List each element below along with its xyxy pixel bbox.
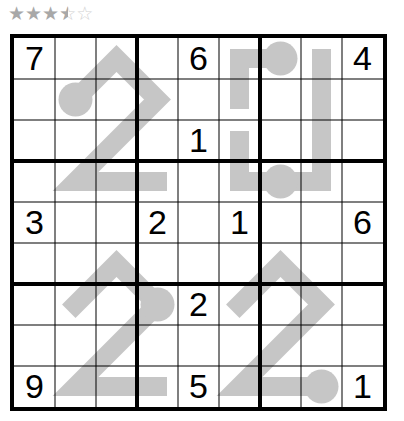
cell-r8c1 <box>14 325 55 366</box>
cell-r3c5: 1 <box>178 120 219 161</box>
cell-r1c4 <box>137 38 178 79</box>
cell-r3c9 <box>342 120 383 161</box>
cell-r9c8 <box>301 366 342 407</box>
cell-r9c6 <box>219 366 260 407</box>
cell-r5c4: 2 <box>137 202 178 243</box>
star-icon-4-half: ☆★ <box>59 1 76 25</box>
cell-r9c5: 5 <box>178 366 219 407</box>
cell-r4c3 <box>96 161 137 202</box>
cell-r4c8 <box>301 161 342 202</box>
cell-r8c4 <box>137 325 178 366</box>
cell-r5c8 <box>301 202 342 243</box>
cell-r7c4 <box>137 284 178 325</box>
cell-r2c3 <box>96 79 137 120</box>
cell-r8c6 <box>219 325 260 366</box>
cell-r8c8 <box>301 325 342 366</box>
cell-r6c5 <box>178 243 219 284</box>
star-icon-5-empty: ☆ <box>76 1 93 25</box>
cell-r6c9 <box>342 243 383 284</box>
cell-r5c6: 1 <box>219 202 260 243</box>
cell-r5c7 <box>260 202 301 243</box>
cell-r5c1: 3 <box>14 202 55 243</box>
cell-r6c7 <box>260 243 301 284</box>
cell-r8c7 <box>260 325 301 366</box>
cell-r6c3 <box>96 243 137 284</box>
cell-r9c7 <box>260 366 301 407</box>
star-icon-1-full: ★ <box>8 1 25 25</box>
cell-r2c8 <box>301 79 342 120</box>
cell-r8c3 <box>96 325 137 366</box>
cell-r6c8 <box>301 243 342 284</box>
sudoku-board: 764132162951 <box>10 34 387 411</box>
cell-r3c6 <box>219 120 260 161</box>
cell-r2c4 <box>137 79 178 120</box>
cell-r1c9: 4 <box>342 38 383 79</box>
cell-r4c5 <box>178 161 219 202</box>
cell-r1c1: 7 <box>14 38 55 79</box>
difficulty-rating: ★★★☆★☆ <box>8 1 93 25</box>
cell-r7c6 <box>219 284 260 325</box>
cell-r8c2 <box>55 325 96 366</box>
cell-r3c4 <box>137 120 178 161</box>
sudoku-grid: 764132162951 <box>14 38 383 407</box>
cell-r2c9 <box>342 79 383 120</box>
cell-r4c7 <box>260 161 301 202</box>
cell-r5c5 <box>178 202 219 243</box>
cell-r1c2 <box>55 38 96 79</box>
cell-r4c9 <box>342 161 383 202</box>
cell-r6c4 <box>137 243 178 284</box>
cell-r1c6 <box>219 38 260 79</box>
cell-r2c6 <box>219 79 260 120</box>
star-icon-3-full: ★ <box>42 1 59 25</box>
cell-r6c6 <box>219 243 260 284</box>
cell-r5c3 <box>96 202 137 243</box>
cell-r1c3 <box>96 38 137 79</box>
cell-r7c9 <box>342 284 383 325</box>
cell-r4c4 <box>137 161 178 202</box>
cell-r3c1 <box>14 120 55 161</box>
cell-r3c7 <box>260 120 301 161</box>
cell-r7c5: 2 <box>178 284 219 325</box>
cell-r9c2 <box>55 366 96 407</box>
cell-r7c7 <box>260 284 301 325</box>
cell-r3c2 <box>55 120 96 161</box>
cell-r2c7 <box>260 79 301 120</box>
cell-r7c8 <box>301 284 342 325</box>
cell-r3c8 <box>301 120 342 161</box>
star-icon-2-full: ★ <box>25 1 42 25</box>
cell-r5c2 <box>55 202 96 243</box>
cell-r5c9: 6 <box>342 202 383 243</box>
cell-r7c3 <box>96 284 137 325</box>
cell-r1c8 <box>301 38 342 79</box>
cell-r9c3 <box>96 366 137 407</box>
cell-r7c2 <box>55 284 96 325</box>
cell-r4c1 <box>14 161 55 202</box>
cell-r3c3 <box>96 120 137 161</box>
cell-r6c2 <box>55 243 96 284</box>
cell-r9c1: 9 <box>14 366 55 407</box>
cell-r2c2 <box>55 79 96 120</box>
cell-r9c9: 1 <box>342 366 383 407</box>
cell-r8c5 <box>178 325 219 366</box>
cell-r6c1 <box>14 243 55 284</box>
cell-r8c9 <box>342 325 383 366</box>
cell-r1c7 <box>260 38 301 79</box>
puzzle-page: { "game": "thermo-sudoku", "title": "The… <box>0 0 404 421</box>
cell-r4c6 <box>219 161 260 202</box>
cell-r2c1 <box>14 79 55 120</box>
cell-r9c4 <box>137 366 178 407</box>
cell-r2c5 <box>178 79 219 120</box>
cell-r1c5: 6 <box>178 38 219 79</box>
cell-r7c1 <box>14 284 55 325</box>
cell-r4c2 <box>55 161 96 202</box>
